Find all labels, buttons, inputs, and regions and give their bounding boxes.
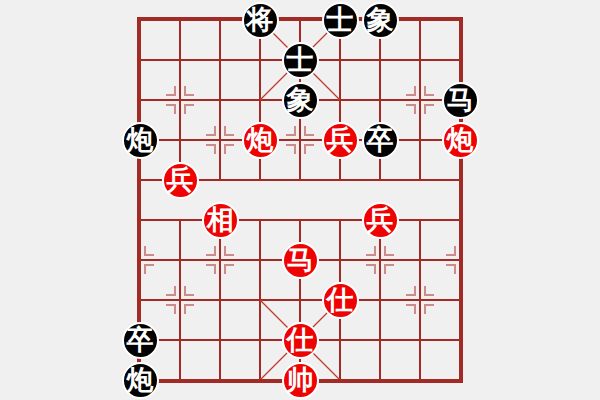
piece-red-soldier[interactable]: 兵 xyxy=(362,202,399,239)
piece-red-advisor[interactable]: 仕 xyxy=(282,322,319,359)
piece-glyph: 兵 xyxy=(327,126,354,153)
piece-black-cannon[interactable]: 炮 xyxy=(122,362,159,399)
xiangqi-board-app: 将士象士象马炮炮兵卒炮兵相兵马仕卒仕炮帅 xyxy=(0,0,600,400)
piece-red-soldier[interactable]: 兵 xyxy=(162,162,199,199)
piece-black-soldier[interactable]: 卒 xyxy=(362,122,399,159)
piece-black-elephant[interactable]: 象 xyxy=(282,82,319,119)
piece-glyph: 仕 xyxy=(287,326,314,353)
piece-glyph: 卒 xyxy=(367,126,394,153)
piece-glyph: 士 xyxy=(327,6,354,33)
piece-glyph: 象 xyxy=(367,6,394,33)
piece-glyph: 仕 xyxy=(327,286,354,313)
piece-red-cannon[interactable]: 炮 xyxy=(442,122,479,159)
piece-black-advisor[interactable]: 士 xyxy=(322,2,359,39)
piece-black-soldier[interactable]: 卒 xyxy=(122,322,159,359)
piece-glyph: 炮 xyxy=(247,126,274,153)
piece-red-advisor[interactable]: 仕 xyxy=(322,282,359,319)
piece-black-advisor[interactable]: 士 xyxy=(282,42,319,79)
piece-red-general[interactable]: 帅 xyxy=(282,362,319,399)
piece-red-soldier[interactable]: 兵 xyxy=(322,122,359,159)
piece-red-horse[interactable]: 马 xyxy=(282,242,319,279)
piece-black-horse[interactable]: 马 xyxy=(442,82,479,119)
piece-glyph: 兵 xyxy=(367,206,394,233)
piece-black-cannon[interactable]: 炮 xyxy=(122,122,159,159)
piece-glyph: 卒 xyxy=(127,326,154,353)
piece-black-general[interactable]: 将 xyxy=(242,2,279,39)
piece-glyph: 象 xyxy=(287,86,314,113)
piece-glyph: 相 xyxy=(207,206,234,233)
piece-red-cannon[interactable]: 炮 xyxy=(242,122,279,159)
piece-glyph: 炮 xyxy=(447,126,474,153)
piece-glyph: 马 xyxy=(287,246,314,273)
piece-red-elephant[interactable]: 相 xyxy=(202,202,239,239)
piece-black-elephant[interactable]: 象 xyxy=(362,2,399,39)
piece-glyph: 炮 xyxy=(127,126,154,153)
piece-glyph: 将 xyxy=(247,6,274,33)
piece-glyph: 士 xyxy=(287,46,314,73)
piece-glyph: 兵 xyxy=(167,166,194,193)
piece-glyph: 炮 xyxy=(127,366,154,393)
piece-glyph: 马 xyxy=(447,86,474,113)
piece-glyph: 帅 xyxy=(287,366,314,393)
xiangqi-board[interactable]: 将士象士象马炮炮兵卒炮兵相兵马仕卒仕炮帅 xyxy=(120,0,480,400)
